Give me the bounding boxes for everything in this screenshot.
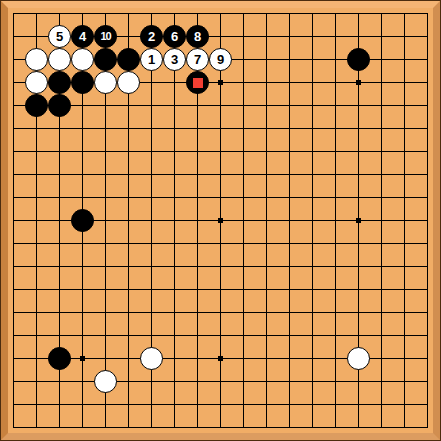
intersection-F3[interactable] [117, 370, 140, 393]
intersection-B11[interactable] [25, 186, 48, 209]
intersection-C3[interactable] [48, 370, 71, 393]
intersection-F5[interactable] [117, 324, 140, 347]
intersection-G19[interactable] [140, 8, 163, 25]
intersection-B2[interactable] [25, 393, 48, 416]
intersection-F18[interactable] [117, 25, 140, 48]
intersection-D5[interactable] [71, 324, 94, 347]
intersection-H9[interactable] [163, 232, 186, 255]
intersection-H8[interactable] [163, 255, 186, 278]
intersection-H19[interactable] [163, 8, 186, 25]
intersection-L5[interactable] [232, 324, 255, 347]
intersection-L9[interactable] [232, 232, 255, 255]
intersection-C17[interactable] [48, 48, 71, 71]
intersection-F8[interactable] [117, 255, 140, 278]
intersection-H17[interactable]: 3 [163, 48, 186, 71]
intersection-S7[interactable] [393, 278, 416, 301]
intersection-C7[interactable] [48, 278, 71, 301]
intersection-B8[interactable] [25, 255, 48, 278]
intersection-M17[interactable] [255, 48, 278, 71]
intersection-S9[interactable] [393, 232, 416, 255]
intersection-E13[interactable] [94, 140, 117, 163]
intersection-M6[interactable] [255, 301, 278, 324]
intersection-F9[interactable] [117, 232, 140, 255]
intersection-A2[interactable] [8, 393, 25, 416]
intersection-D8[interactable] [71, 255, 94, 278]
intersection-A17[interactable] [8, 48, 25, 71]
intersection-J8[interactable] [186, 255, 209, 278]
intersection-M16[interactable] [255, 71, 278, 94]
intersection-E9[interactable] [94, 232, 117, 255]
intersection-B15[interactable] [25, 94, 48, 117]
intersection-N6[interactable] [278, 301, 301, 324]
intersection-J1[interactable] [186, 416, 209, 433]
intersection-F4[interactable] [117, 347, 140, 370]
intersection-O6[interactable] [301, 301, 324, 324]
intersection-M12[interactable] [255, 163, 278, 186]
intersection-H3[interactable] [163, 370, 186, 393]
intersection-T16[interactable] [416, 71, 433, 94]
intersection-T5[interactable] [416, 324, 433, 347]
intersection-Q3[interactable] [347, 370, 370, 393]
intersection-O13[interactable] [301, 140, 324, 163]
intersection-N10[interactable] [278, 209, 301, 232]
intersection-K11[interactable] [209, 186, 232, 209]
intersection-J13[interactable] [186, 140, 209, 163]
intersection-Q19[interactable] [347, 8, 370, 25]
intersection-R13[interactable] [370, 140, 393, 163]
intersection-M7[interactable] [255, 278, 278, 301]
intersection-L17[interactable] [232, 48, 255, 71]
intersection-N7[interactable] [278, 278, 301, 301]
intersection-R4[interactable] [370, 347, 393, 370]
intersection-M14[interactable] [255, 117, 278, 140]
intersection-R16[interactable] [370, 71, 393, 94]
intersection-P1[interactable] [324, 416, 347, 433]
intersection-N18[interactable] [278, 25, 301, 48]
intersection-A16[interactable] [8, 71, 25, 94]
intersection-G9[interactable] [140, 232, 163, 255]
intersection-J15[interactable] [186, 94, 209, 117]
intersection-N2[interactable] [278, 393, 301, 416]
intersection-C2[interactable] [48, 393, 71, 416]
intersection-S4[interactable] [393, 347, 416, 370]
intersection-L2[interactable] [232, 393, 255, 416]
intersection-A12[interactable] [8, 163, 25, 186]
intersection-Q10[interactable] [347, 209, 370, 232]
intersection-F6[interactable] [117, 301, 140, 324]
intersection-G17[interactable]: 1 [140, 48, 163, 71]
intersection-Q15[interactable] [347, 94, 370, 117]
intersection-H13[interactable] [163, 140, 186, 163]
intersection-P18[interactable] [324, 25, 347, 48]
intersection-D18[interactable]: 4 [71, 25, 94, 48]
intersection-A18[interactable] [8, 25, 25, 48]
intersection-K6[interactable] [209, 301, 232, 324]
intersection-J4[interactable] [186, 347, 209, 370]
intersection-O7[interactable] [301, 278, 324, 301]
intersection-G12[interactable] [140, 163, 163, 186]
intersection-S18[interactable] [393, 25, 416, 48]
intersection-O3[interactable] [301, 370, 324, 393]
intersection-T6[interactable] [416, 301, 433, 324]
intersection-J6[interactable] [186, 301, 209, 324]
intersection-Q14[interactable] [347, 117, 370, 140]
intersection-N9[interactable] [278, 232, 301, 255]
intersection-S1[interactable] [393, 416, 416, 433]
intersection-K4[interactable] [209, 347, 232, 370]
intersection-D2[interactable] [71, 393, 94, 416]
intersection-C10[interactable] [48, 209, 71, 232]
intersection-M10[interactable] [255, 209, 278, 232]
intersection-L1[interactable] [232, 416, 255, 433]
intersection-K9[interactable] [209, 232, 232, 255]
intersection-S6[interactable] [393, 301, 416, 324]
intersection-P17[interactable] [324, 48, 347, 71]
intersection-P15[interactable] [324, 94, 347, 117]
intersection-B17[interactable] [25, 48, 48, 71]
intersection-P3[interactable] [324, 370, 347, 393]
intersection-G6[interactable] [140, 301, 163, 324]
intersection-L3[interactable] [232, 370, 255, 393]
intersection-F15[interactable] [117, 94, 140, 117]
intersection-P4[interactable] [324, 347, 347, 370]
intersection-H18[interactable]: 6 [163, 25, 186, 48]
intersection-L14[interactable] [232, 117, 255, 140]
intersection-D6[interactable] [71, 301, 94, 324]
intersection-K15[interactable] [209, 94, 232, 117]
intersection-Q1[interactable] [347, 416, 370, 433]
intersection-T17[interactable] [416, 48, 433, 71]
intersection-L10[interactable] [232, 209, 255, 232]
intersection-E4[interactable] [94, 347, 117, 370]
intersection-J16[interactable] [186, 71, 209, 94]
intersection-L12[interactable] [232, 163, 255, 186]
intersection-F7[interactable] [117, 278, 140, 301]
intersection-T12[interactable] [416, 163, 433, 186]
intersection-K3[interactable] [209, 370, 232, 393]
intersection-F19[interactable] [117, 8, 140, 25]
intersection-K7[interactable] [209, 278, 232, 301]
intersection-T2[interactable] [416, 393, 433, 416]
intersection-Q8[interactable] [347, 255, 370, 278]
intersection-R17[interactable] [370, 48, 393, 71]
intersection-P13[interactable] [324, 140, 347, 163]
intersection-N1[interactable] [278, 416, 301, 433]
intersection-E3[interactable] [94, 370, 117, 393]
intersection-J5[interactable] [186, 324, 209, 347]
intersection-L7[interactable] [232, 278, 255, 301]
intersection-K19[interactable] [209, 8, 232, 25]
intersection-S11[interactable] [393, 186, 416, 209]
intersection-A11[interactable] [8, 186, 25, 209]
intersection-O17[interactable] [301, 48, 324, 71]
intersection-L15[interactable] [232, 94, 255, 117]
intersection-O14[interactable] [301, 117, 324, 140]
intersection-E12[interactable] [94, 163, 117, 186]
intersection-O8[interactable] [301, 255, 324, 278]
intersection-K14[interactable] [209, 117, 232, 140]
intersection-S13[interactable] [393, 140, 416, 163]
intersection-T8[interactable] [416, 255, 433, 278]
intersection-L11[interactable] [232, 186, 255, 209]
intersection-E6[interactable] [94, 301, 117, 324]
intersection-D17[interactable] [71, 48, 94, 71]
intersection-L6[interactable] [232, 301, 255, 324]
intersection-P10[interactable] [324, 209, 347, 232]
intersection-A8[interactable] [8, 255, 25, 278]
intersection-K5[interactable] [209, 324, 232, 347]
intersection-N3[interactable] [278, 370, 301, 393]
intersection-A5[interactable] [8, 324, 25, 347]
intersection-S19[interactable] [393, 8, 416, 25]
intersection-B10[interactable] [25, 209, 48, 232]
intersection-A13[interactable] [8, 140, 25, 163]
intersection-A14[interactable] [8, 117, 25, 140]
intersection-R7[interactable] [370, 278, 393, 301]
intersection-E19[interactable] [94, 8, 117, 25]
intersection-F13[interactable] [117, 140, 140, 163]
intersection-C19[interactable] [48, 8, 71, 25]
intersection-D10[interactable] [71, 209, 94, 232]
intersection-M19[interactable] [255, 8, 278, 25]
intersection-R19[interactable] [370, 8, 393, 25]
intersection-H11[interactable] [163, 186, 186, 209]
intersection-Q18[interactable] [347, 25, 370, 48]
intersection-G14[interactable] [140, 117, 163, 140]
intersection-N12[interactable] [278, 163, 301, 186]
intersection-D4[interactable] [71, 347, 94, 370]
intersection-J7[interactable] [186, 278, 209, 301]
intersection-K17[interactable]: 9 [209, 48, 232, 71]
intersection-S16[interactable] [393, 71, 416, 94]
intersection-H14[interactable] [163, 117, 186, 140]
intersection-O16[interactable] [301, 71, 324, 94]
intersection-R2[interactable] [370, 393, 393, 416]
intersection-N11[interactable] [278, 186, 301, 209]
intersection-F16[interactable] [117, 71, 140, 94]
intersection-F14[interactable] [117, 117, 140, 140]
intersection-F10[interactable] [117, 209, 140, 232]
intersection-P11[interactable] [324, 186, 347, 209]
intersection-P7[interactable] [324, 278, 347, 301]
intersection-H7[interactable] [163, 278, 186, 301]
intersection-R8[interactable] [370, 255, 393, 278]
intersection-N4[interactable] [278, 347, 301, 370]
intersection-B5[interactable] [25, 324, 48, 347]
intersection-F2[interactable] [117, 393, 140, 416]
intersection-G1[interactable] [140, 416, 163, 433]
intersection-H1[interactable] [163, 416, 186, 433]
intersection-K10[interactable] [209, 209, 232, 232]
intersection-K18[interactable] [209, 25, 232, 48]
intersection-B3[interactable] [25, 370, 48, 393]
intersection-J10[interactable] [186, 209, 209, 232]
intersection-K16[interactable] [209, 71, 232, 94]
intersection-P6[interactable] [324, 301, 347, 324]
intersection-Q11[interactable] [347, 186, 370, 209]
intersection-O10[interactable] [301, 209, 324, 232]
intersection-J9[interactable] [186, 232, 209, 255]
intersection-M15[interactable] [255, 94, 278, 117]
intersection-M13[interactable] [255, 140, 278, 163]
intersection-K1[interactable] [209, 416, 232, 433]
intersection-C6[interactable] [48, 301, 71, 324]
intersection-N17[interactable] [278, 48, 301, 71]
intersection-R18[interactable] [370, 25, 393, 48]
intersection-T10[interactable] [416, 209, 433, 232]
intersection-S15[interactable] [393, 94, 416, 117]
intersection-J14[interactable] [186, 117, 209, 140]
intersection-O5[interactable] [301, 324, 324, 347]
intersection-L4[interactable] [232, 347, 255, 370]
intersection-C12[interactable] [48, 163, 71, 186]
intersection-O15[interactable] [301, 94, 324, 117]
intersection-M1[interactable] [255, 416, 278, 433]
intersection-B4[interactable] [25, 347, 48, 370]
intersection-N15[interactable] [278, 94, 301, 117]
intersection-J3[interactable] [186, 370, 209, 393]
intersection-C5[interactable] [48, 324, 71, 347]
intersection-R6[interactable] [370, 301, 393, 324]
intersection-R1[interactable] [370, 416, 393, 433]
intersection-E16[interactable] [94, 71, 117, 94]
intersection-C18[interactable]: 5 [48, 25, 71, 48]
intersection-C13[interactable] [48, 140, 71, 163]
intersection-R12[interactable] [370, 163, 393, 186]
intersection-R15[interactable] [370, 94, 393, 117]
intersection-G10[interactable] [140, 209, 163, 232]
intersection-B9[interactable] [25, 232, 48, 255]
intersection-H10[interactable] [163, 209, 186, 232]
intersection-C8[interactable] [48, 255, 71, 278]
intersection-H15[interactable] [163, 94, 186, 117]
intersection-G11[interactable] [140, 186, 163, 209]
intersection-E14[interactable] [94, 117, 117, 140]
intersection-E1[interactable] [94, 416, 117, 433]
intersection-D9[interactable] [71, 232, 94, 255]
intersection-Q16[interactable] [347, 71, 370, 94]
intersection-T14[interactable] [416, 117, 433, 140]
intersection-O18[interactable] [301, 25, 324, 48]
intersection-D16[interactable] [71, 71, 94, 94]
intersection-B7[interactable] [25, 278, 48, 301]
intersection-J17[interactable]: 7 [186, 48, 209, 71]
intersection-C14[interactable] [48, 117, 71, 140]
intersection-A10[interactable] [8, 209, 25, 232]
intersection-R3[interactable] [370, 370, 393, 393]
intersection-B19[interactable] [25, 8, 48, 25]
intersection-P8[interactable] [324, 255, 347, 278]
intersection-Q13[interactable] [347, 140, 370, 163]
intersection-B6[interactable] [25, 301, 48, 324]
intersection-P9[interactable] [324, 232, 347, 255]
intersection-O1[interactable] [301, 416, 324, 433]
intersection-E2[interactable] [94, 393, 117, 416]
intersection-C15[interactable] [48, 94, 71, 117]
intersection-E17[interactable] [94, 48, 117, 71]
intersection-A9[interactable] [8, 232, 25, 255]
intersection-T7[interactable] [416, 278, 433, 301]
intersection-K12[interactable] [209, 163, 232, 186]
intersection-S10[interactable] [393, 209, 416, 232]
intersection-F1[interactable] [117, 416, 140, 433]
intersection-O4[interactable] [301, 347, 324, 370]
intersection-D7[interactable] [71, 278, 94, 301]
intersection-Q4[interactable] [347, 347, 370, 370]
intersection-L13[interactable] [232, 140, 255, 163]
intersection-B13[interactable] [25, 140, 48, 163]
intersection-Q6[interactable] [347, 301, 370, 324]
intersection-T13[interactable] [416, 140, 433, 163]
intersection-P5[interactable] [324, 324, 347, 347]
intersection-A19[interactable] [8, 8, 25, 25]
intersection-T18[interactable] [416, 25, 433, 48]
intersection-R11[interactable] [370, 186, 393, 209]
intersection-M4[interactable] [255, 347, 278, 370]
intersection-A7[interactable] [8, 278, 25, 301]
intersection-S8[interactable] [393, 255, 416, 278]
intersection-R5[interactable] [370, 324, 393, 347]
intersection-H6[interactable] [163, 301, 186, 324]
intersection-B1[interactable] [25, 416, 48, 433]
intersection-K8[interactable] [209, 255, 232, 278]
intersection-C1[interactable] [48, 416, 71, 433]
intersection-C11[interactable] [48, 186, 71, 209]
intersection-G2[interactable] [140, 393, 163, 416]
intersection-N16[interactable] [278, 71, 301, 94]
intersection-P19[interactable] [324, 8, 347, 25]
intersection-G3[interactable] [140, 370, 163, 393]
intersection-F12[interactable] [117, 163, 140, 186]
intersection-P2[interactable] [324, 393, 347, 416]
intersection-O19[interactable] [301, 8, 324, 25]
intersection-J18[interactable]: 8 [186, 25, 209, 48]
intersection-A3[interactable] [8, 370, 25, 393]
intersection-Q7[interactable] [347, 278, 370, 301]
intersection-N14[interactable] [278, 117, 301, 140]
intersection-C9[interactable] [48, 232, 71, 255]
intersection-H12[interactable] [163, 163, 186, 186]
intersection-H4[interactable] [163, 347, 186, 370]
intersection-R10[interactable] [370, 209, 393, 232]
intersection-D15[interactable] [71, 94, 94, 117]
intersection-E7[interactable] [94, 278, 117, 301]
intersection-F17[interactable] [117, 48, 140, 71]
intersection-M3[interactable] [255, 370, 278, 393]
intersection-E15[interactable] [94, 94, 117, 117]
intersection-L8[interactable] [232, 255, 255, 278]
intersection-G8[interactable] [140, 255, 163, 278]
intersection-A15[interactable] [8, 94, 25, 117]
intersection-S12[interactable] [393, 163, 416, 186]
intersection-T4[interactable] [416, 347, 433, 370]
intersection-A6[interactable] [8, 301, 25, 324]
intersection-M2[interactable] [255, 393, 278, 416]
intersection-T11[interactable] [416, 186, 433, 209]
intersection-Q5[interactable] [347, 324, 370, 347]
intersection-D1[interactable] [71, 416, 94, 433]
intersection-B14[interactable] [25, 117, 48, 140]
intersection-F11[interactable] [117, 186, 140, 209]
intersection-G18[interactable]: 2 [140, 25, 163, 48]
intersection-G5[interactable] [140, 324, 163, 347]
intersection-N13[interactable] [278, 140, 301, 163]
intersection-D11[interactable] [71, 186, 94, 209]
intersection-D3[interactable] [71, 370, 94, 393]
intersection-H5[interactable] [163, 324, 186, 347]
intersection-S2[interactable] [393, 393, 416, 416]
intersection-L18[interactable] [232, 25, 255, 48]
